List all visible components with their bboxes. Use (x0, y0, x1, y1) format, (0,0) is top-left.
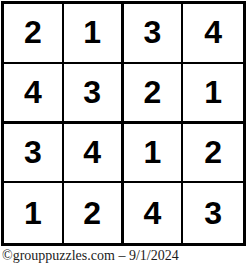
sudoku-cell-r4c3[interactable]: 4 (124, 183, 184, 243)
copyright-credit: ©grouppuzzles.com – 9/1/2024 (2, 248, 179, 264)
sudoku-cell-r4c1[interactable]: 1 (4, 183, 64, 243)
sudoku-cell-r3c3[interactable]: 1 (124, 124, 184, 184)
sudoku-cell-r2c3[interactable]: 2 (124, 64, 184, 124)
sudoku-cell-r2c2[interactable]: 3 (64, 64, 124, 124)
sudoku-cell-r4c4[interactable]: 3 (183, 183, 243, 243)
sudoku-cell-r3c1[interactable]: 3 (4, 124, 64, 184)
sudoku-cell-r3c2[interactable]: 4 (64, 124, 124, 184)
sudoku-cell-r1c3[interactable]: 3 (124, 4, 184, 64)
sudoku-cell-r1c4[interactable]: 4 (183, 4, 243, 64)
sudoku-cell-r1c1[interactable]: 2 (4, 4, 64, 64)
sudoku-cell-r4c2[interactable]: 2 (64, 183, 124, 243)
sudoku-cell-r2c1[interactable]: 4 (4, 64, 64, 124)
sudoku-cell-r3c4[interactable]: 2 (183, 124, 243, 184)
sudoku-cell-r2c4[interactable]: 1 (183, 64, 243, 124)
sudoku-board: 2 1 3 4 4 3 2 1 3 4 1 2 1 2 4 3 (1, 1, 246, 246)
sudoku-cell-r1c2[interactable]: 1 (64, 4, 124, 64)
